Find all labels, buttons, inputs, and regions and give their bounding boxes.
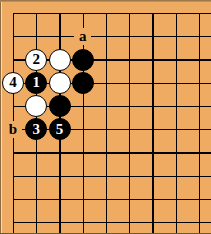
diagram-frame-top-edge xyxy=(0,0,211,2)
point-label-a: a xyxy=(74,28,91,45)
stone-black xyxy=(72,49,94,71)
go-diagram: 24135ab xyxy=(0,0,211,234)
stone-black-1: 1 xyxy=(25,72,47,94)
stone-black-3: 3 xyxy=(25,118,47,140)
stone-white xyxy=(49,49,71,71)
stone-black xyxy=(49,95,71,117)
diagram-frame-bottom-edge xyxy=(0,233,211,234)
stone-move-number: 1 xyxy=(33,75,41,90)
stone-white-2: 2 xyxy=(25,49,47,71)
stone-move-number: 3 xyxy=(33,121,41,136)
stone-black-5: 5 xyxy=(49,118,71,140)
stones-layer: 24135ab xyxy=(1,1,210,234)
stone-white xyxy=(49,72,71,94)
stone-white xyxy=(25,95,47,117)
stone-black xyxy=(72,72,94,94)
point-label-b: b xyxy=(5,121,22,138)
diagram-frame-left-bevel xyxy=(1,1,2,234)
stone-move-number: 4 xyxy=(9,75,17,90)
stone-move-number: 5 xyxy=(56,121,64,136)
stone-move-number: 2 xyxy=(33,52,41,67)
stone-white-4: 4 xyxy=(2,72,24,94)
